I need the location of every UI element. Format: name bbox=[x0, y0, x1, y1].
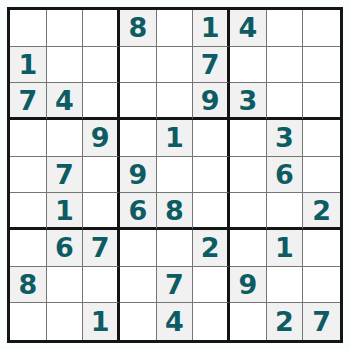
cell-r8-c9[interactable] bbox=[303, 267, 340, 304]
cell-r4-c5: 1 bbox=[157, 120, 194, 157]
cell-r1-c2[interactable] bbox=[47, 10, 84, 47]
cell-r6-c9: 2 bbox=[303, 193, 340, 230]
cell-r7-c8: 1 bbox=[267, 230, 304, 267]
cell-r3-c4[interactable] bbox=[120, 83, 157, 120]
cell-r5-c8: 6 bbox=[267, 157, 304, 194]
cell-r7-c6: 2 bbox=[193, 230, 230, 267]
cell-r3-c1: 7 bbox=[10, 83, 47, 120]
cell-r1-c4: 8 bbox=[120, 10, 157, 47]
cell-r3-c9[interactable] bbox=[303, 83, 340, 120]
cell-r7-c9[interactable] bbox=[303, 230, 340, 267]
cell-r6-c8[interactable] bbox=[267, 193, 304, 230]
cell-r2-c3[interactable] bbox=[83, 47, 120, 84]
cell-r9-c3: 1 bbox=[83, 303, 120, 340]
cell-r2-c7[interactable] bbox=[230, 47, 267, 84]
cell-r4-c2[interactable] bbox=[47, 120, 84, 157]
cell-r2-c5[interactable] bbox=[157, 47, 194, 84]
cell-r1-c1[interactable] bbox=[10, 10, 47, 47]
cell-r7-c1[interactable] bbox=[10, 230, 47, 267]
cell-r2-c2[interactable] bbox=[47, 47, 84, 84]
cell-r6-c7[interactable] bbox=[230, 193, 267, 230]
cell-r3-c2: 4 bbox=[47, 83, 84, 120]
cell-r5-c2: 7 bbox=[47, 157, 84, 194]
cell-r9-c4[interactable] bbox=[120, 303, 157, 340]
cell-r9-c5: 4 bbox=[157, 303, 194, 340]
cell-r5-c1[interactable] bbox=[10, 157, 47, 194]
cell-r9-c1[interactable] bbox=[10, 303, 47, 340]
cell-r8-c5: 7 bbox=[157, 267, 194, 304]
page-background: { "game": "sudoku", "position": "0008014… bbox=[0, 0, 350, 350]
cell-r8-c2[interactable] bbox=[47, 267, 84, 304]
cell-r4-c6[interactable] bbox=[193, 120, 230, 157]
cell-r4-c7[interactable] bbox=[230, 120, 267, 157]
cell-r7-c4[interactable] bbox=[120, 230, 157, 267]
cell-r2-c6: 7 bbox=[193, 47, 230, 84]
cell-r2-c8[interactable] bbox=[267, 47, 304, 84]
cell-r3-c7: 3 bbox=[230, 83, 267, 120]
cell-r4-c9[interactable] bbox=[303, 120, 340, 157]
cell-r9-c9: 7 bbox=[303, 303, 340, 340]
cell-r4-c1[interactable] bbox=[10, 120, 47, 157]
cell-r7-c2: 6 bbox=[47, 230, 84, 267]
cell-r2-c4[interactable] bbox=[120, 47, 157, 84]
cell-r4-c3: 9 bbox=[83, 120, 120, 157]
cell-r6-c6[interactable] bbox=[193, 193, 230, 230]
cell-r5-c3[interactable] bbox=[83, 157, 120, 194]
cell-r6-c4: 6 bbox=[120, 193, 157, 230]
sudoku-board: 814177493913796168267218791427 bbox=[7, 7, 343, 343]
cell-r1-c3[interactable] bbox=[83, 10, 120, 47]
cell-r9-c7[interactable] bbox=[230, 303, 267, 340]
cell-r8-c8[interactable] bbox=[267, 267, 304, 304]
cell-r5-c4: 9 bbox=[120, 157, 157, 194]
cell-r2-c9[interactable] bbox=[303, 47, 340, 84]
cell-r2-c1: 1 bbox=[10, 47, 47, 84]
cell-r1-c7: 4 bbox=[230, 10, 267, 47]
cell-r9-c2[interactable] bbox=[47, 303, 84, 340]
cell-r6-c1[interactable] bbox=[10, 193, 47, 230]
cell-r5-c9[interactable] bbox=[303, 157, 340, 194]
cell-r1-c9[interactable] bbox=[303, 10, 340, 47]
cell-r4-c4[interactable] bbox=[120, 120, 157, 157]
cell-r3-c8[interactable] bbox=[267, 83, 304, 120]
cell-r6-c5: 8 bbox=[157, 193, 194, 230]
cell-r5-c7[interactable] bbox=[230, 157, 267, 194]
cell-r7-c3: 7 bbox=[83, 230, 120, 267]
cell-r9-c6[interactable] bbox=[193, 303, 230, 340]
cell-r3-c3[interactable] bbox=[83, 83, 120, 120]
cell-r9-c8: 2 bbox=[267, 303, 304, 340]
cell-r3-c5[interactable] bbox=[157, 83, 194, 120]
cell-r1-c8[interactable] bbox=[267, 10, 304, 47]
cell-r4-c8: 3 bbox=[267, 120, 304, 157]
cell-r3-c6: 9 bbox=[193, 83, 230, 120]
cell-r8-c7: 9 bbox=[230, 267, 267, 304]
cell-r5-c6[interactable] bbox=[193, 157, 230, 194]
cell-r8-c1: 8 bbox=[10, 267, 47, 304]
cell-r6-c3[interactable] bbox=[83, 193, 120, 230]
cell-r5-c5[interactable] bbox=[157, 157, 194, 194]
cell-r1-c5[interactable] bbox=[157, 10, 194, 47]
cell-r7-c5[interactable] bbox=[157, 230, 194, 267]
cell-r7-c7[interactable] bbox=[230, 230, 267, 267]
cell-r8-c6[interactable] bbox=[193, 267, 230, 304]
cell-r8-c4[interactable] bbox=[120, 267, 157, 304]
cell-r6-c2: 1 bbox=[47, 193, 84, 230]
cell-r1-c6: 1 bbox=[193, 10, 230, 47]
cell-r8-c3[interactable] bbox=[83, 267, 120, 304]
